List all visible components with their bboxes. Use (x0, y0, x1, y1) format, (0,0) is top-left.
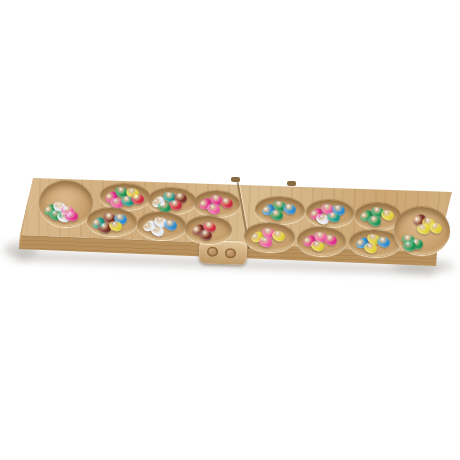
latch-notch-left (231, 177, 240, 182)
mancala-scene (0, 0, 460, 460)
hinge-pin-left (207, 246, 218, 256)
latch-notch-right (287, 181, 296, 186)
hinge-pin-right (225, 248, 236, 258)
